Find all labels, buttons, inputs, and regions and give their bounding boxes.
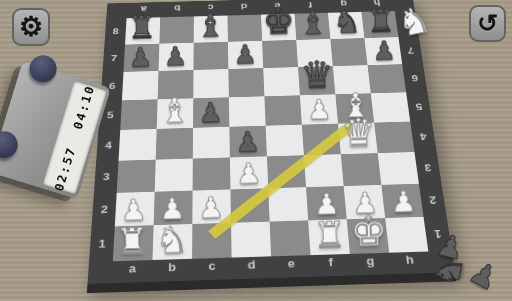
file-label-bottom-e: e: [271, 256, 311, 271]
white-rook-glyph: ♜: [112, 223, 153, 261]
rotate-ccw-icon: ↺: [477, 9, 498, 38]
piece-white-queen-g4[interactable]: ♛: [338, 123, 378, 155]
black-pawn-glyph: ♟: [228, 41, 264, 68]
rank-label-left-8: 8: [104, 18, 126, 45]
piece-white-pawn-f5[interactable]: ♟: [300, 94, 338, 124]
black-knight-glyph: ♞: [329, 6, 364, 38]
file-label-top-g: g: [327, 0, 361, 9]
piece-white-pawn-d3[interactable]: ♟: [230, 156, 268, 189]
file-label-top-b: b: [160, 3, 194, 13]
black-pawn-glyph: ♟: [367, 37, 402, 64]
piece-black-bishop-c8[interactable]: ♝: [194, 16, 228, 43]
piece-black-rook-a8[interactable]: ♜: [125, 17, 160, 44]
piece-black-king-e8[interactable]: ♚: [261, 14, 296, 41]
piece-black-pawn-b7[interactable]: ♟: [159, 43, 194, 71]
file-label-top-a: a: [127, 4, 161, 14]
board-labels: aabbccddeeffgghh1122334455667788: [107, 0, 412, 3]
rank-label-right-3: 3: [414, 151, 441, 183]
file-label-top-h: h: [360, 0, 394, 8]
rank-label-left-7: 7: [102, 45, 125, 73]
piece-black-pawn-h7[interactable]: ♟: [364, 37, 402, 65]
rotate-board-button[interactable]: ↺: [469, 5, 506, 42]
file-label-top-f: f: [294, 0, 328, 10]
piece-black-rook-h8[interactable]: ♜: [361, 11, 398, 38]
rank-label-left-3: 3: [94, 161, 119, 194]
white-pawn-glyph: ♟: [230, 159, 269, 188]
rank-label-right-2: 2: [419, 183, 447, 217]
rank-label-right-5: 5: [406, 92, 432, 122]
rank-label-left-2: 2: [92, 193, 117, 227]
black-rook-glyph: ♜: [363, 5, 398, 37]
file-label-bottom-b: b: [152, 260, 192, 275]
file-label-top-d: d: [227, 1, 261, 11]
gear-icon: ⚙: [19, 11, 43, 43]
piece-black-pawn-d7[interactable]: ♟: [228, 41, 263, 69]
black-pawn-glyph: ♟: [123, 44, 159, 71]
white-bishop-glyph: ♝: [156, 94, 193, 129]
black-bishop-glyph: ♝: [295, 7, 330, 39]
black-pawn-glyph: ♟: [158, 43, 194, 70]
black-pawn-glyph: ♟: [229, 128, 267, 157]
file-label-bottom-f: f: [311, 255, 352, 270]
file-label-bottom-g: g: [350, 254, 391, 269]
rank-label-left-4: 4: [96, 130, 120, 161]
piece-white-rook-a1[interactable]: ♜: [113, 225, 154, 261]
black-bishop-glyph: ♝: [193, 10, 228, 43]
white-pawn-glyph: ♟: [192, 193, 231, 223]
white-king-glyph: ♚: [349, 210, 389, 253]
white-rook-glyph: ♜: [309, 217, 349, 255]
piece-black-queen-f6[interactable]: ♛: [298, 66, 335, 95]
white-knight-glyph: ♞: [152, 221, 193, 259]
black-rook-glyph: ♜: [124, 11, 159, 44]
file-label-bottom-a: a: [112, 261, 152, 276]
rank-label-right-6: 6: [402, 64, 427, 93]
piece-white-rook-f1[interactable]: ♜: [308, 219, 350, 255]
rank-label-left-1: 1: [89, 226, 115, 262]
white-pawn-glyph: ♟: [384, 187, 423, 217]
black-queen-glyph: ♛: [299, 56, 335, 94]
board-pieces: ♜♝♚♝♞♜♟♟♟♟♛♝♟♟♝♟♛♟♟♟♟♟♟♟♜♞♜♚: [113, 11, 429, 261]
rank-label-right-4: 4: [410, 121, 436, 152]
piece-black-knight-g8[interactable]: ♞: [328, 12, 364, 39]
file-label-top-c: c: [194, 2, 227, 12]
piece-white-bishop-b5[interactable]: ♝: [157, 98, 194, 129]
file-label-bottom-c: c: [192, 259, 232, 274]
piece-black-pawn-c5[interactable]: ♟: [193, 97, 229, 128]
chess-board[interactable]: ♜♝♚♝♞♜♟♟♟♟♛♝♟♟♝♟♛♟♟♟♟♟♟♟♜♞♜♚ aabbccddeef…: [87, 0, 455, 284]
piece-black-bishop-f8[interactable]: ♝: [295, 13, 331, 40]
piece-white-pawn-c2[interactable]: ♟: [192, 189, 231, 224]
white-queen-glyph: ♛: [340, 114, 378, 154]
file-label-bottom-d: d: [232, 257, 272, 272]
white-pawn-glyph: ♟: [301, 96, 338, 124]
black-pawn-glyph: ♟: [192, 99, 229, 127]
piece-black-pawn-a7[interactable]: ♟: [124, 44, 160, 72]
file-label-top-e: e: [260, 0, 294, 10]
piece-black-pawn-d4[interactable]: ♟: [229, 126, 267, 158]
settings-button[interactable]: ⚙: [12, 8, 50, 46]
file-label-bottom-h: h: [389, 252, 430, 267]
piece-white-king-g1[interactable]: ♚: [347, 218, 389, 254]
piece-white-knight-b1[interactable]: ♞: [152, 224, 192, 260]
